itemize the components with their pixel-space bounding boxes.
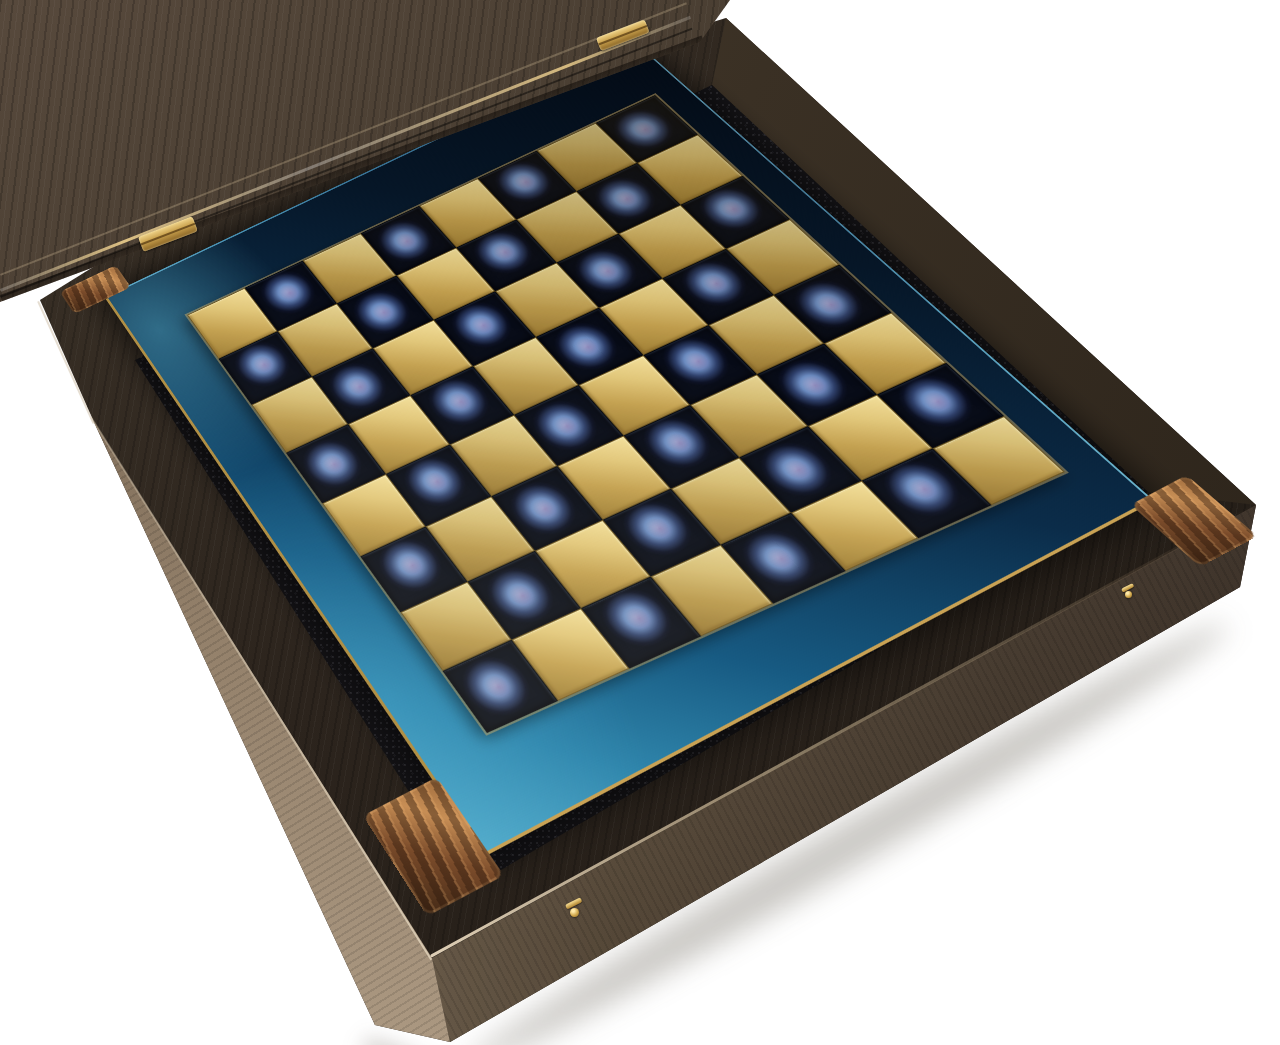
scene [0,0,1280,1045]
